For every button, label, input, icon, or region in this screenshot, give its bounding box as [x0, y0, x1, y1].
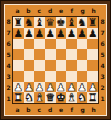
piece-black-pawn[interactable]: ♟: [45, 28, 54, 38]
chessboard: abcdefgh 87654321 ♜♞♝♛♚♝♞♜♟♟♟♟♟♟♟♟♟♟♟♟♟♟…: [0, 0, 111, 120]
square-g1[interactable]: ♞: [77, 92, 88, 103]
square-c3[interactable]: [34, 71, 45, 82]
piece-black-rook[interactable]: ♜: [14, 17, 23, 27]
piece-white-king[interactable]: ♚: [56, 92, 65, 102]
square-d2[interactable]: ♟: [45, 82, 56, 93]
file-label-g: g: [77, 5, 88, 16]
square-e4[interactable]: [56, 60, 67, 71]
square-d6[interactable]: [45, 39, 56, 50]
file-labels-bottom: abcdefgh: [12, 104, 99, 115]
square-a2[interactable]: ♟: [13, 82, 24, 93]
rank-label-8: 8: [5, 16, 12, 27]
piece-white-rook[interactable]: ♜: [14, 92, 23, 102]
piece-white-queen[interactable]: ♛: [45, 92, 54, 102]
rank-label-2: 2: [5, 82, 12, 93]
square-e1[interactable]: ♚: [56, 92, 67, 103]
file-label-d: d: [45, 5, 56, 16]
square-b4[interactable]: [24, 60, 35, 71]
square-h4[interactable]: [87, 60, 98, 71]
piece-black-pawn[interactable]: ♟: [88, 28, 97, 38]
square-a7[interactable]: ♟: [13, 28, 24, 39]
rank-labels-left: 87654321: [5, 16, 12, 104]
rank-label-7: 7: [99, 27, 106, 38]
square-b3[interactable]: [24, 71, 35, 82]
piece-black-pawn[interactable]: ♟: [24, 28, 33, 38]
square-f3[interactable]: [66, 71, 77, 82]
file-label-d: d: [45, 104, 56, 115]
piece-white-pawn[interactable]: ♟: [35, 82, 44, 92]
square-d4[interactable]: [45, 60, 56, 71]
square-g2[interactable]: ♟: [77, 82, 88, 93]
rank-labels-right: 87654321: [99, 16, 106, 104]
square-b6[interactable]: [24, 39, 35, 50]
board-grid: ♜♞♝♛♚♝♞♜♟♟♟♟♟♟♟♟♟♟♟♟♟♟♟♟♜♞♝♛♚♝♞♜: [12, 16, 99, 104]
square-f7[interactable]: ♟: [66, 28, 77, 39]
square-g8[interactable]: ♞: [77, 17, 88, 28]
piece-black-bishop[interactable]: ♝: [35, 17, 44, 27]
square-h2[interactable]: ♟: [87, 82, 98, 93]
square-g5[interactable]: [77, 49, 88, 60]
file-label-b: b: [23, 5, 34, 16]
square-h8[interactable]: ♜: [87, 17, 98, 28]
square-f1[interactable]: ♝: [66, 92, 77, 103]
rank-label-8: 8: [99, 16, 106, 27]
piece-black-king[interactable]: ♚: [56, 17, 65, 27]
square-c7[interactable]: ♟: [34, 28, 45, 39]
square-d1[interactable]: ♛: [45, 92, 56, 103]
piece-white-rook[interactable]: ♜: [88, 92, 97, 102]
piece-white-bishop[interactable]: ♝: [67, 92, 76, 102]
square-h7[interactable]: ♟: [87, 28, 98, 39]
square-c2[interactable]: ♟: [34, 82, 45, 93]
file-label-c: c: [34, 5, 45, 16]
rank-label-2: 2: [99, 82, 106, 93]
file-label-a: a: [12, 104, 23, 115]
square-g3[interactable]: [77, 71, 88, 82]
frame-corner-top-right: [99, 5, 106, 16]
piece-black-rook[interactable]: ♜: [88, 17, 97, 27]
square-e5[interactable]: [56, 49, 67, 60]
file-label-h: h: [88, 5, 99, 16]
piece-white-pawn[interactable]: ♟: [67, 82, 76, 92]
square-g7[interactable]: ♟: [77, 28, 88, 39]
square-c5[interactable]: [34, 49, 45, 60]
square-e3[interactable]: [56, 71, 67, 82]
rank-label-6: 6: [5, 38, 12, 49]
rank-label-1: 1: [5, 93, 12, 104]
rank-label-7: 7: [5, 27, 12, 38]
square-d8[interactable]: ♛: [45, 17, 56, 28]
piece-black-bishop[interactable]: ♝: [67, 17, 76, 27]
square-f4[interactable]: [66, 60, 77, 71]
file-labels-top: abcdefgh: [12, 5, 99, 16]
rank-label-6: 6: [99, 38, 106, 49]
square-a1[interactable]: ♜: [13, 92, 24, 103]
piece-black-pawn[interactable]: ♟: [77, 28, 86, 38]
square-c1[interactable]: ♝: [34, 92, 45, 103]
square-f6[interactable]: [66, 39, 77, 50]
square-a5[interactable]: [13, 49, 24, 60]
file-label-a: a: [12, 5, 23, 16]
piece-white-pawn[interactable]: ♟: [77, 82, 86, 92]
square-h6[interactable]: [87, 39, 98, 50]
square-a6[interactable]: [13, 39, 24, 50]
board-frame: abcdefgh 87654321 ♜♞♝♛♚♝♞♜♟♟♟♟♟♟♟♟♟♟♟♟♟♟…: [5, 5, 106, 115]
square-h1[interactable]: ♜: [87, 92, 98, 103]
square-f2[interactable]: ♟: [66, 82, 77, 93]
file-label-e: e: [56, 5, 67, 16]
file-label-h: h: [88, 104, 99, 115]
piece-white-bishop[interactable]: ♝: [35, 92, 44, 102]
square-f8[interactable]: ♝: [66, 17, 77, 28]
square-a8[interactable]: ♜: [13, 17, 24, 28]
piece-white-knight[interactable]: ♞: [77, 92, 86, 102]
square-b1[interactable]: ♞: [24, 92, 35, 103]
square-f5[interactable]: [66, 49, 77, 60]
rank-label-4: 4: [5, 60, 12, 71]
square-c4[interactable]: [34, 60, 45, 71]
square-e8[interactable]: ♚: [56, 17, 67, 28]
piece-black-pawn[interactable]: ♟: [56, 28, 65, 38]
file-label-e: e: [56, 104, 67, 115]
square-c6[interactable]: [34, 39, 45, 50]
file-label-f: f: [66, 104, 77, 115]
rank-label-3: 3: [99, 71, 106, 82]
square-e7[interactable]: ♟: [56, 28, 67, 39]
file-label-g: g: [77, 104, 88, 115]
rank-label-4: 4: [99, 60, 106, 71]
square-b5[interactable]: [24, 49, 35, 60]
square-d5[interactable]: [45, 49, 56, 60]
piece-black-knight[interactable]: ♞: [24, 17, 33, 27]
piece-white-pawn[interactable]: ♟: [45, 82, 54, 92]
piece-black-pawn[interactable]: ♟: [67, 28, 76, 38]
square-a4[interactable]: [13, 60, 24, 71]
square-g6[interactable]: [77, 39, 88, 50]
piece-white-pawn[interactable]: ♟: [56, 82, 65, 92]
rank-label-5: 5: [5, 49, 12, 60]
file-label-f: f: [66, 5, 77, 16]
board-bevel: abcdefgh 87654321 ♜♞♝♛♚♝♞♜♟♟♟♟♟♟♟♟♟♟♟♟♟♟…: [4, 4, 107, 116]
frame-corner-bottom-left: [5, 104, 12, 115]
piece-black-queen[interactable]: ♛: [45, 17, 54, 27]
piece-black-pawn[interactable]: ♟: [35, 28, 44, 38]
square-a3[interactable]: [13, 71, 24, 82]
rank-label-3: 3: [5, 71, 12, 82]
rank-label-5: 5: [99, 49, 106, 60]
square-c8[interactable]: ♝: [34, 17, 45, 28]
piece-white-pawn[interactable]: ♟: [88, 82, 97, 92]
square-h3[interactable]: [87, 71, 98, 82]
square-d7[interactable]: ♟: [45, 28, 56, 39]
frame-corner-top-left: [5, 5, 12, 16]
square-b8[interactable]: ♞: [24, 17, 35, 28]
square-h5[interactable]: [87, 49, 98, 60]
piece-black-knight[interactable]: ♞: [77, 17, 86, 27]
piece-white-knight[interactable]: ♞: [24, 92, 33, 102]
piece-white-pawn[interactable]: ♟: [24, 82, 33, 92]
file-label-b: b: [23, 104, 34, 115]
square-d3[interactable]: [45, 71, 56, 82]
piece-white-pawn[interactable]: ♟: [14, 82, 23, 92]
square-e2[interactable]: ♟: [56, 82, 67, 93]
frame-corner-bottom-right: [99, 104, 106, 115]
square-e6[interactable]: [56, 39, 67, 50]
file-label-c: c: [34, 104, 45, 115]
rank-label-1: 1: [99, 93, 106, 104]
square-g4[interactable]: [77, 60, 88, 71]
square-b7[interactable]: ♟: [24, 28, 35, 39]
piece-black-pawn[interactable]: ♟: [14, 28, 23, 38]
square-b2[interactable]: ♟: [24, 82, 35, 93]
